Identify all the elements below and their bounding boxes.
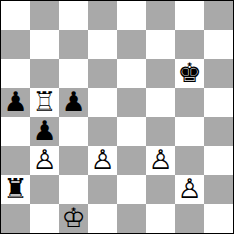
square-b3[interactable]: ♙ [30, 146, 59, 175]
square-a8[interactable] [1, 1, 30, 30]
square-e6[interactable] [117, 59, 146, 88]
square-h1[interactable] [204, 204, 233, 233]
square-e3[interactable] [117, 146, 146, 175]
square-h7[interactable] [204, 30, 233, 59]
square-h5[interactable] [204, 88, 233, 117]
square-b7[interactable] [30, 30, 59, 59]
square-c8[interactable] [59, 1, 88, 30]
square-h2[interactable] [204, 175, 233, 204]
square-b2[interactable] [30, 175, 59, 204]
square-h3[interactable] [204, 146, 233, 175]
square-d8[interactable] [88, 1, 117, 30]
white-king-c1[interactable]: ♔ [61, 204, 85, 231]
black-rook-a2[interactable]: ♜ [3, 175, 27, 202]
square-b6[interactable] [30, 59, 59, 88]
square-f8[interactable] [146, 1, 175, 30]
square-g2[interactable]: ♙ [175, 175, 204, 204]
square-h4[interactable] [204, 117, 233, 146]
square-b4[interactable]: ♟ [30, 117, 59, 146]
square-f6[interactable] [146, 59, 175, 88]
white-rook-b5[interactable]: ♖ [32, 88, 56, 115]
square-a3[interactable] [1, 146, 30, 175]
black-pawn-c5[interactable]: ♟ [61, 88, 85, 115]
square-a4[interactable] [1, 117, 30, 146]
square-c1[interactable]: ♔ [59, 204, 88, 233]
square-h8[interactable] [204, 1, 233, 30]
square-b5[interactable]: ♖ [30, 88, 59, 117]
black-pawn-b4[interactable]: ♟ [32, 117, 56, 144]
square-f5[interactable] [146, 88, 175, 117]
square-a6[interactable] [1, 59, 30, 88]
square-f7[interactable] [146, 30, 175, 59]
chessboard: ♚♟♖♟♟♙♙♙♜♙♔ [0, 0, 234, 234]
square-d7[interactable] [88, 30, 117, 59]
black-king-g6[interactable]: ♚ [177, 59, 201, 86]
square-g4[interactable] [175, 117, 204, 146]
square-g7[interactable] [175, 30, 204, 59]
square-g3[interactable] [175, 146, 204, 175]
square-g8[interactable] [175, 1, 204, 30]
square-f4[interactable] [146, 117, 175, 146]
square-h6[interactable] [204, 59, 233, 88]
square-c5[interactable]: ♟ [59, 88, 88, 117]
square-b1[interactable] [30, 204, 59, 233]
square-d4[interactable] [88, 117, 117, 146]
white-pawn-f3[interactable]: ♙ [148, 146, 172, 173]
square-a1[interactable] [1, 204, 30, 233]
white-pawn-g2[interactable]: ♙ [177, 175, 201, 202]
square-c7[interactable] [59, 30, 88, 59]
square-e2[interactable] [117, 175, 146, 204]
square-e4[interactable] [117, 117, 146, 146]
square-c2[interactable] [59, 175, 88, 204]
square-c6[interactable] [59, 59, 88, 88]
square-d2[interactable] [88, 175, 117, 204]
white-pawn-d3[interactable]: ♙ [90, 146, 114, 173]
square-g5[interactable] [175, 88, 204, 117]
square-f2[interactable] [146, 175, 175, 204]
square-e7[interactable] [117, 30, 146, 59]
square-e8[interactable] [117, 1, 146, 30]
square-a2[interactable]: ♜ [1, 175, 30, 204]
square-g6[interactable]: ♚ [175, 59, 204, 88]
square-d6[interactable] [88, 59, 117, 88]
square-c3[interactable] [59, 146, 88, 175]
square-g1[interactable] [175, 204, 204, 233]
black-pawn-a5[interactable]: ♟ [3, 88, 27, 115]
square-b8[interactable] [30, 1, 59, 30]
square-a7[interactable] [1, 30, 30, 59]
white-pawn-b3[interactable]: ♙ [32, 146, 56, 173]
square-f1[interactable] [146, 204, 175, 233]
square-e5[interactable] [117, 88, 146, 117]
square-c4[interactable] [59, 117, 88, 146]
square-e1[interactable] [117, 204, 146, 233]
square-d5[interactable] [88, 88, 117, 117]
square-f3[interactable]: ♙ [146, 146, 175, 175]
square-a5[interactable]: ♟ [1, 88, 30, 117]
square-d3[interactable]: ♙ [88, 146, 117, 175]
square-d1[interactable] [88, 204, 117, 233]
